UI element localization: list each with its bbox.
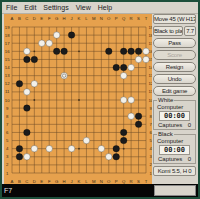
- stone-black: [128, 48, 135, 55]
- stone-black: [120, 48, 127, 55]
- stone-white: [83, 137, 90, 144]
- right-panel: Move 45 (W H13) Black to play 7.7 PassSc…: [152, 14, 197, 184]
- coord-label: P: [115, 16, 118, 21]
- menu-item-edit[interactable]: Edit: [24, 4, 36, 11]
- komi-indicator: Komi 5.5, H 0: [153, 166, 196, 176]
- app-window: FileEditSettingsViewHelp AABBCCDDEEFFGGH…: [0, 0, 200, 199]
- coord-label: D: [33, 16, 36, 21]
- stone-black: [31, 56, 38, 63]
- hoshi-point: [33, 50, 35, 52]
- stone-white: [120, 72, 127, 79]
- coord-label: 14: [5, 65, 10, 70]
- stone-black: [68, 32, 75, 39]
- player-frame-white: White Computer 00:00 Captures 0: [153, 100, 196, 130]
- stone-black: [16, 154, 23, 161]
- pass-button[interactable]: Pass: [153, 38, 196, 48]
- stone-white: [39, 40, 46, 47]
- coord-label: 17: [5, 41, 10, 46]
- coord-label: B: [18, 179, 21, 184]
- stone-black: [24, 129, 31, 136]
- coord-label: S: [137, 16, 140, 21]
- stone-white: [53, 32, 60, 39]
- score-button: Score: [153, 50, 196, 60]
- stone-black: [61, 48, 68, 55]
- stone-white: [24, 154, 31, 161]
- menu-item-settings[interactable]: Settings: [43, 4, 68, 11]
- move-indicator: Move 45 (W H13): [153, 14, 196, 24]
- coord-label: F: [48, 16, 51, 21]
- coord-label: N: [100, 179, 103, 184]
- white-captures-value: 0: [188, 122, 191, 128]
- stone-white: [98, 145, 105, 152]
- coord-label: 19: [5, 25, 10, 30]
- coord-label: K: [78, 179, 81, 184]
- stone-black: [120, 129, 127, 136]
- coord-label: D: [33, 179, 36, 184]
- stone-black: [53, 48, 60, 55]
- stone-white: [68, 145, 75, 152]
- coord-label: 10: [5, 98, 10, 103]
- coord-label: A: [11, 179, 14, 184]
- stone-black: [113, 64, 120, 71]
- coord-label: 15: [5, 57, 10, 62]
- coord-label: M: [92, 179, 96, 184]
- stone-black: [135, 113, 142, 120]
- stone-black: [16, 81, 23, 88]
- taskbar-left-text: F7: [4, 187, 12, 194]
- coord-label: R: [130, 179, 133, 184]
- coord-label: H: [63, 179, 66, 184]
- coord-label: E: [40, 16, 43, 21]
- hoshi-point: [78, 99, 80, 101]
- stone-black: [113, 154, 120, 161]
- black-captures-label: Captures: [158, 156, 182, 162]
- black-player-name: Computer: [155, 138, 194, 144]
- turn-indicator: Black to play: [153, 26, 183, 36]
- white-player-name: Computer: [155, 104, 194, 110]
- stone-black: [113, 145, 120, 152]
- stone-black: [16, 145, 23, 152]
- coord-label: C: [25, 16, 28, 21]
- coord-label: F: [48, 179, 51, 184]
- coord-label: 16: [5, 49, 10, 54]
- stone-white: [106, 154, 113, 161]
- stone-black: [24, 105, 31, 112]
- stone-black: [106, 48, 113, 55]
- stone-black: [120, 64, 127, 71]
- coord-label: K: [78, 16, 81, 21]
- menu-item-file[interactable]: File: [6, 4, 17, 11]
- stone-black: [135, 48, 142, 55]
- stone-white: [24, 48, 31, 55]
- stone-white: [46, 145, 53, 152]
- coord-label: E: [40, 179, 43, 184]
- turn-aux-box: 7.7: [184, 26, 196, 36]
- taskbar-item[interactable]: [154, 185, 196, 196]
- stone-white: [24, 89, 31, 96]
- coord-label: H: [63, 16, 66, 21]
- coord-label: A: [11, 16, 14, 21]
- go-board-svg[interactable]: AABBCCDDEEFFGGHHJJKKLLMMNNOOPPQQRRSSTT19…: [4, 14, 154, 185]
- hoshi-point: [123, 148, 125, 150]
- go-board[interactable]: AABBCCDDEEFFGGHHJJKKLLMMNNOOPPQQRRSSTT19…: [4, 14, 154, 185]
- coord-label: 18: [5, 33, 10, 38]
- main-area: AABBCCDDEEFFGGHHJJKKLLMMNNOOPPQQRRSSTT19…: [2, 13, 198, 184]
- coord-label: 13: [5, 73, 10, 78]
- hoshi-point: [33, 99, 35, 101]
- stone-black: [120, 137, 127, 144]
- player-frame-black: Black Computer 00:00 Captures 0: [153, 134, 196, 164]
- hoshi-point: [78, 50, 80, 52]
- black-section-label: Black: [157, 131, 174, 137]
- coord-label: 12: [5, 81, 10, 86]
- coord-label: J: [70, 179, 72, 184]
- menu-item-help[interactable]: Help: [98, 4, 112, 11]
- hoshi-point: [78, 148, 80, 150]
- coord-label: R: [130, 16, 133, 21]
- coord-label: N: [100, 16, 103, 21]
- stone-white: [143, 48, 150, 55]
- stone-white: [61, 72, 68, 79]
- white-clock-display: 00:00: [159, 111, 190, 121]
- action-buttons: PassScoreResignUndoEdit game: [152, 38, 197, 96]
- stone-black: [24, 56, 31, 63]
- taskbar: F7: [2, 184, 198, 197]
- coord-label: P: [115, 179, 118, 184]
- black-clock-display: 00:00: [159, 145, 190, 155]
- stone-white: [31, 81, 38, 88]
- coord-label: T: [145, 179, 148, 184]
- stone-white: [128, 97, 135, 104]
- edit-game-button[interactable]: Edit game: [153, 86, 196, 96]
- coord-label: S: [137, 179, 140, 184]
- stone-white: [31, 145, 38, 152]
- turn-row: Black to play 7.7: [153, 26, 196, 36]
- white-section-label: White: [157, 97, 174, 103]
- black-captures-value: 0: [188, 156, 191, 162]
- resign-button[interactable]: Resign: [153, 62, 196, 72]
- stone-white: [135, 56, 142, 63]
- stone-white: [128, 64, 135, 71]
- stone-white: [128, 113, 135, 120]
- coord-label: 11: [5, 89, 10, 94]
- coord-label: J: [70, 16, 72, 21]
- coord-label: T: [145, 16, 148, 21]
- stone-white: [143, 56, 150, 63]
- stone-black: [135, 121, 142, 128]
- coord-label: B: [18, 16, 21, 21]
- coord-label: C: [25, 179, 28, 184]
- white-captures-label: Captures: [158, 122, 182, 128]
- undo-button[interactable]: Undo: [153, 74, 196, 84]
- stone-white: [46, 40, 53, 47]
- coord-label: M: [92, 16, 96, 21]
- menu-item-view[interactable]: View: [76, 4, 91, 11]
- stone-white: [120, 97, 127, 104]
